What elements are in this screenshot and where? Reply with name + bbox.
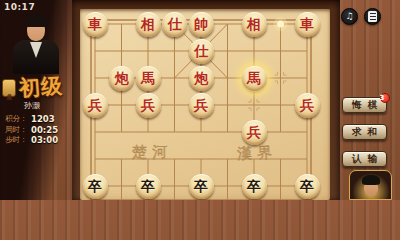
piece-red-車-c8r0[interactable]: 車 [295, 12, 320, 37]
board-frame: 楚河 漢界 車相仕帥相車仕炮馬炮馬兵兵兵兵兵卒卒卒卒卒 [72, 0, 340, 200]
piece-black-卒-c6r6[interactable]: 卒 [242, 174, 267, 199]
piece-red-兵-c2r3[interactable]: 兵 [136, 93, 161, 118]
opponent-hair [362, 175, 380, 185]
piece-red-帥-c4r0[interactable]: 帥 [189, 12, 214, 37]
amateur-seal-badge: 业余 [2, 79, 16, 97]
piece-red-兵-c6r4[interactable]: 兵 [242, 120, 267, 145]
piece-black-卒-c4r6[interactable]: 卒 [189, 174, 214, 199]
piece-red-炮-c1r2[interactable]: 炮 [109, 66, 134, 91]
stat-move-time-value: 03:00 [31, 135, 58, 145]
player-avatar[interactable] [9, 12, 63, 74]
piece-black-卒-c8r6[interactable]: 卒 [295, 174, 320, 199]
music-note-icon: ♫ [345, 12, 353, 21]
piece-red-車-c0r0[interactable]: 車 [83, 12, 108, 37]
document-icon [368, 11, 377, 22]
system-clock: 10:17 [4, 2, 35, 12]
resign-button[interactable]: 认输 [342, 151, 387, 167]
stat-game-time: 局时： 00:25 [5, 125, 58, 136]
offer-draw-label: 求和 [352, 126, 383, 139]
player-level-banner: 业余 初级 [2, 73, 63, 101]
player-stats: 积分： 1203 局时： 00:25 步时： 03:00 [5, 114, 58, 146]
stat-move-time-label: 步时： [5, 135, 31, 145]
music-toggle-button[interactable]: ♫ [341, 8, 358, 25]
stat-game-time-label: 局时： [5, 125, 31, 135]
opponent-avatar[interactable] [349, 170, 392, 200]
stat-move-time: 步时： 03:00 [5, 135, 58, 146]
piece-red-兵-c8r3[interactable]: 兵 [295, 93, 320, 118]
piece-red-仕-c4r1[interactable]: 仕 [189, 39, 214, 64]
piece-red-馬-c2r2[interactable]: 馬 [136, 66, 161, 91]
undo-move-label: 悔棋 [352, 99, 383, 112]
resign-label: 认输 [352, 153, 383, 166]
piece-black-卒-c0r6[interactable]: 卒 [83, 174, 108, 199]
player-level-text: 初级 [18, 71, 64, 102]
piece-red-炮-c4r2[interactable]: 炮 [189, 66, 214, 91]
piece-red-仕-c3r0[interactable]: 仕 [162, 12, 187, 37]
stat-score-label: 积分： [5, 114, 31, 124]
piece-layer: 車相仕帥相車仕炮馬炮馬兵兵兵兵兵卒卒卒卒卒 [80, 9, 330, 200]
piece-red-相-c6r0[interactable]: 相 [242, 12, 267, 37]
move-record-button[interactable] [364, 8, 381, 25]
undo-move-button[interactable]: 悔棋 3 [342, 97, 387, 113]
player-name: 孙灏 [24, 100, 40, 111]
piece-red-兵-c4r3[interactable]: 兵 [189, 93, 214, 118]
offer-draw-button[interactable]: 求和 [342, 124, 387, 140]
stat-game-time-value: 00:25 [31, 125, 58, 135]
xiangqi-board[interactable]: 楚河 漢界 車相仕帥相車仕炮馬炮馬兵兵兵兵兵卒卒卒卒卒 [80, 9, 330, 200]
avatar-hair [25, 14, 47, 27]
piece-red-相-c2r0[interactable]: 相 [136, 12, 161, 37]
stat-score-value: 1203 [31, 114, 55, 124]
stat-score: 积分： 1203 [5, 114, 58, 125]
xiangqi-game-screen: { "game": "xiangqi (Chinese chess), in-g… [0, 0, 400, 200]
piece-black-卒-c2r6[interactable]: 卒 [136, 174, 161, 199]
piece-red-馬-c6r2[interactable]: 馬 [242, 66, 267, 91]
piece-red-兵-c0r3[interactable]: 兵 [83, 93, 108, 118]
undo-count-badge: 3 [380, 93, 390, 103]
